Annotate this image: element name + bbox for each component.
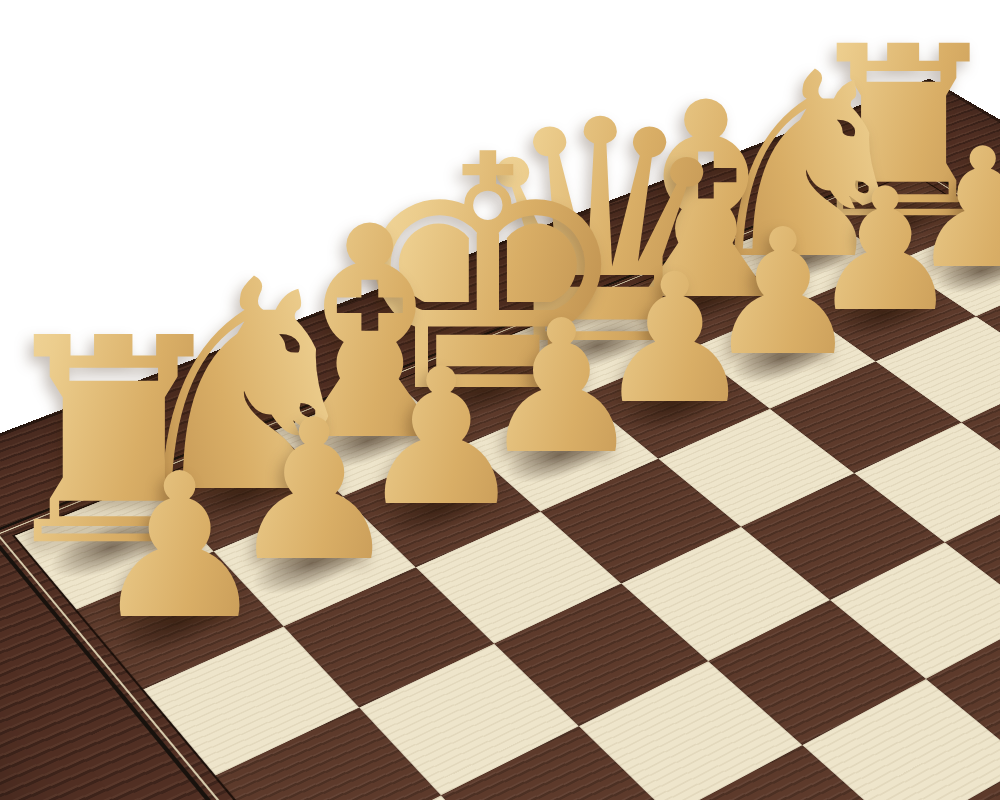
chess-set-photo: ♜♞♝♛♚♝♞♜♟♟♟♟♟♟♟♟ <box>0 0 1000 800</box>
chess-board <box>0 78 1000 800</box>
